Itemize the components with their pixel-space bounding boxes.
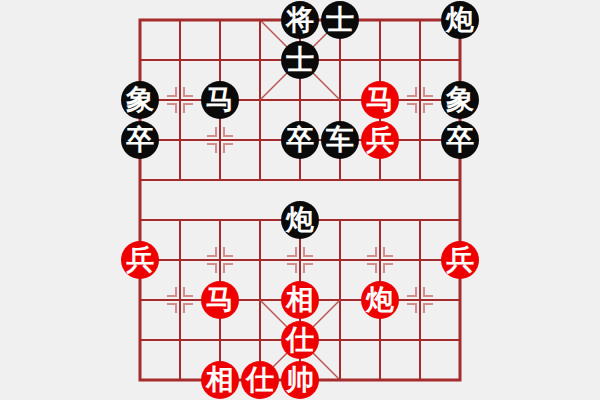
piece-black-advisor[interactable]: 士: [321, 1, 359, 39]
piece-black-cannon[interactable]: 炮: [281, 201, 319, 239]
piece-red-elephant[interactable]: 相: [281, 281, 319, 319]
piece-black-advisor[interactable]: 士: [281, 41, 319, 79]
piece-black-elephant[interactable]: 象: [441, 81, 479, 119]
board-point: 兵: [120, 240, 160, 280]
piece-black-pawn[interactable]: 卒: [121, 121, 159, 159]
piece-red-pawn[interactable]: 兵: [121, 241, 159, 279]
piece-black-pawn[interactable]: 卒: [441, 121, 479, 159]
board-point: 卒: [440, 120, 480, 160]
board-point: 马: [200, 80, 240, 120]
board-point: 马: [360, 80, 400, 120]
board-point: 仕: [280, 320, 320, 360]
board-point: 炮: [280, 200, 320, 240]
piece-black-chariot[interactable]: 车: [321, 121, 359, 159]
board-point: 帅: [280, 360, 320, 400]
board-point: 象: [440, 80, 480, 120]
piece-black-pawn[interactable]: 卒: [281, 121, 319, 159]
board-point: 兵: [440, 240, 480, 280]
board-point: 象: [120, 80, 160, 120]
xiangqi-board: 将士炮士象马马象卒卒车兵卒炮兵兵马相炮仕相仕帅: [0, 0, 600, 400]
piece-black-general[interactable]: 将: [281, 1, 319, 39]
board-point: 炮: [440, 0, 480, 40]
piece-red-cannon[interactable]: 炮: [361, 281, 399, 319]
board-point: 士: [280, 40, 320, 80]
piece-red-pawn[interactable]: 兵: [441, 241, 479, 279]
board-point: 将: [280, 0, 320, 40]
board-point: 相: [280, 280, 320, 320]
board-point: 炮: [360, 280, 400, 320]
piece-red-horse[interactable]: 马: [201, 281, 239, 319]
piece-layer: 将士炮士象马马象卒卒车兵卒炮兵兵马相炮仕相仕帅: [120, 0, 480, 400]
board-point: 相: [200, 360, 240, 400]
board-point: 仕: [240, 360, 280, 400]
board-point: 卒: [120, 120, 160, 160]
piece-black-horse[interactable]: 马: [201, 81, 239, 119]
piece-red-advisor[interactable]: 仕: [241, 361, 279, 399]
piece-black-elephant[interactable]: 象: [121, 81, 159, 119]
xiangqi-app: 将士炮士象马马象卒卒车兵卒炮兵兵马相炮仕相仕帅: [0, 0, 600, 400]
board-point: 士: [320, 0, 360, 40]
piece-red-pawn[interactable]: 兵: [361, 121, 399, 159]
board-point: 车: [320, 120, 360, 160]
piece-red-horse[interactable]: 马: [361, 81, 399, 119]
piece-red-advisor[interactable]: 仕: [281, 321, 319, 359]
board-point: 马: [200, 280, 240, 320]
piece-red-elephant[interactable]: 相: [201, 361, 239, 399]
board-point: 卒: [280, 120, 320, 160]
piece-black-cannon[interactable]: 炮: [441, 1, 479, 39]
piece-red-king[interactable]: 帅: [281, 361, 319, 399]
board-point: 兵: [360, 120, 400, 160]
